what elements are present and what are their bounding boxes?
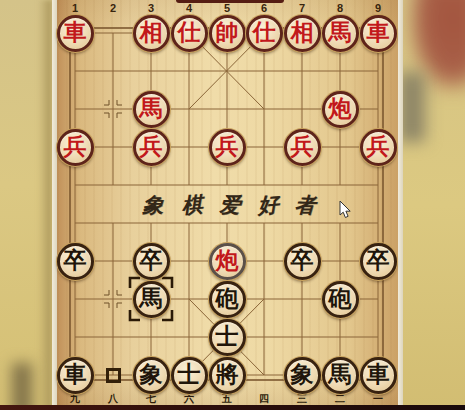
file-label-bottom-3: 七 bbox=[146, 392, 156, 406]
piece-red-馬-32[interactable]: 馬 bbox=[133, 91, 170, 128]
file-label-top-9: 9 bbox=[375, 2, 381, 14]
piece-red-仕-40[interactable]: 仕 bbox=[171, 15, 208, 52]
piece-red-炮-56[interactable]: 炮 bbox=[209, 243, 246, 280]
piece-black-車-99[interactable]: 車 bbox=[360, 357, 397, 394]
piece-black-砲-57[interactable]: 砲 bbox=[209, 281, 246, 318]
river-char: 者 bbox=[294, 191, 316, 220]
file-label-top-2: 2 bbox=[110, 2, 116, 14]
piece-red-兵-93[interactable]: 兵 bbox=[360, 129, 397, 166]
last-move-from-marker bbox=[106, 368, 121, 383]
file-label-top-1: 1 bbox=[72, 2, 78, 14]
file-label-bottom-1: 九 bbox=[70, 392, 80, 406]
file-label-bottom-6: 四 bbox=[259, 392, 269, 406]
piece-red-炮-82[interactable]: 炮 bbox=[322, 91, 359, 128]
file-label-top-3: 3 bbox=[148, 2, 154, 14]
file-label-top-7: 7 bbox=[299, 2, 305, 14]
file-label-bottom-2: 八 bbox=[108, 392, 118, 406]
piece-red-馬-80[interactable]: 馬 bbox=[322, 15, 359, 52]
screen: 123456789 九八七六五四三二一 象棋爱好者 車相仕帥仕相馬車馬炮兵兵兵兵… bbox=[0, 0, 465, 410]
piece-red-兵-13[interactable]: 兵 bbox=[57, 129, 94, 166]
left-band-dark-patch bbox=[12, 363, 32, 410]
piece-black-將-59[interactable]: 將 bbox=[209, 357, 246, 394]
piece-black-馬-37[interactable]: 馬 bbox=[133, 281, 170, 318]
piece-black-馬-89[interactable]: 馬 bbox=[322, 357, 359, 394]
file-label-bottom-4: 六 bbox=[184, 392, 194, 406]
file-label-top-8: 8 bbox=[337, 2, 343, 14]
piece-red-兵-53[interactable]: 兵 bbox=[209, 129, 246, 166]
piece-red-兵-33[interactable]: 兵 bbox=[133, 129, 170, 166]
piece-red-相-30[interactable]: 相 bbox=[133, 15, 170, 52]
file-label-bottom-7: 三 bbox=[297, 392, 307, 406]
piece-black-卒-16[interactable]: 卒 bbox=[57, 243, 94, 280]
file-label-bottom-9: 一 bbox=[373, 392, 383, 406]
piece-black-象-79[interactable]: 象 bbox=[284, 357, 321, 394]
file-label-top-4: 4 bbox=[186, 2, 192, 14]
board-right-edge bbox=[398, 0, 403, 405]
river-char: 象 bbox=[142, 191, 164, 220]
file-label-top-6: 6 bbox=[261, 2, 267, 14]
left-pillarbox-band bbox=[0, 0, 52, 410]
river-char: 棋 bbox=[180, 190, 203, 220]
piece-black-卒-96[interactable]: 卒 bbox=[360, 243, 397, 280]
file-label-top-5: 5 bbox=[224, 2, 230, 14]
piece-red-相-70[interactable]: 相 bbox=[284, 15, 321, 52]
piece-black-象-39[interactable]: 象 bbox=[133, 357, 170, 394]
piece-black-士-49[interactable]: 士 bbox=[171, 357, 208, 394]
file-label-bottom-5: 五 bbox=[222, 392, 232, 406]
river-char: 爱 bbox=[219, 191, 241, 220]
piece-red-車-90[interactable]: 車 bbox=[360, 15, 397, 52]
piece-black-砲-87[interactable]: 砲 bbox=[322, 281, 359, 318]
piece-red-車-10[interactable]: 車 bbox=[57, 15, 94, 52]
right-pillarbox-band bbox=[403, 0, 465, 410]
piece-red-仕-60[interactable]: 仕 bbox=[246, 15, 283, 52]
piece-black-卒-36[interactable]: 卒 bbox=[133, 243, 170, 280]
piece-black-卒-76[interactable]: 卒 bbox=[284, 243, 321, 280]
piece-red-帥-50[interactable]: 帥 bbox=[209, 15, 246, 52]
piece-red-兵-73[interactable]: 兵 bbox=[284, 129, 321, 166]
piece-black-士-58[interactable]: 士 bbox=[209, 319, 246, 356]
left-band-shade bbox=[38, 0, 52, 410]
river-char: 好 bbox=[256, 190, 279, 220]
file-label-bottom-8: 二 bbox=[335, 392, 345, 406]
piece-black-車-19[interactable]: 車 bbox=[57, 357, 94, 394]
